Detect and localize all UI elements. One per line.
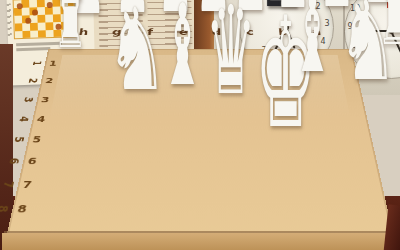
board-front-edge xyxy=(2,233,399,250)
caption-text-line xyxy=(16,47,50,51)
diagram-coordinate-marks xyxy=(7,3,12,37)
chess-photo-scene: 2347 10987 12345678 12345678 hgfedcba ♜♞… xyxy=(0,0,400,250)
